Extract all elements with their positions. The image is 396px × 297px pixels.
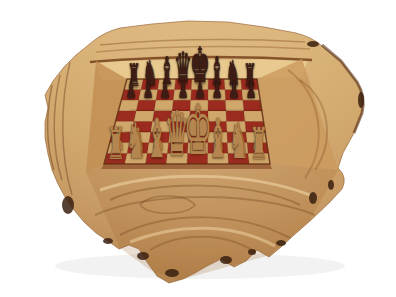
piece-light-bishop[interactable]: ♝ — [207, 112, 229, 166]
piece-light-knight[interactable]: ♞ — [228, 115, 249, 165]
piece-light-rook[interactable]: ♜ — [250, 121, 268, 165]
piece-dark-pawn[interactable]: ♟ — [143, 77, 153, 101]
piece-dark-pawn[interactable]: ♟ — [126, 77, 136, 101]
piece-light-knight[interactable]: ♞ — [126, 115, 147, 165]
product-photo: ♜♞♝♛♚♝♞♜♟♟♟♟♟♟♟♟♟♟♟♟♟♟♟♟♜♞♝♛♚♝♞♜ — [0, 0, 396, 297]
piece-dark-pawn[interactable]: ♟ — [246, 77, 256, 101]
piece-light-rook[interactable]: ♜ — [106, 121, 124, 165]
piece-dark-pawn[interactable]: ♟ — [212, 77, 222, 101]
piece-dark-pawn[interactable]: ♟ — [229, 77, 239, 101]
